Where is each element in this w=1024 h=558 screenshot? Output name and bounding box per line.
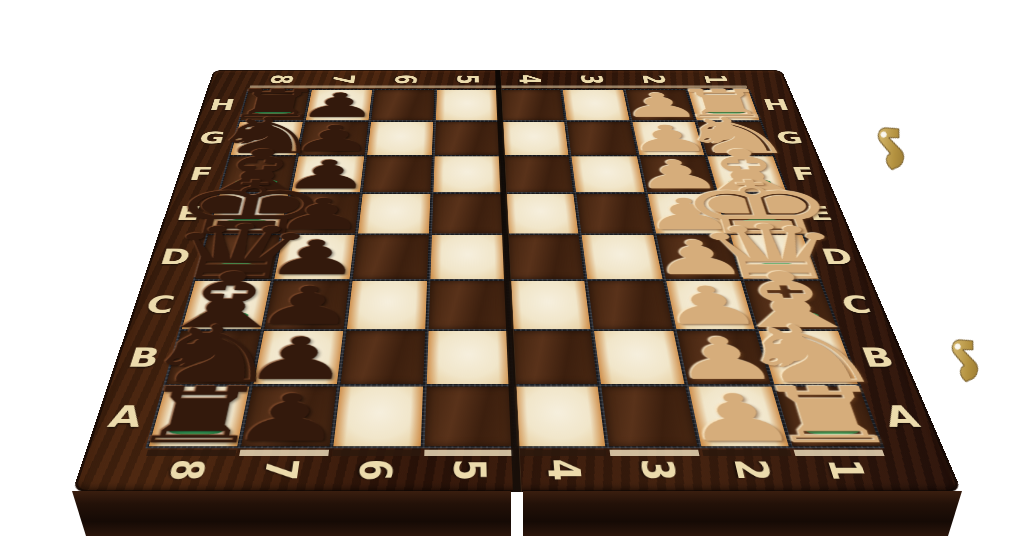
rank-label-bottom-6: 6	[349, 459, 401, 481]
rank-label-bottom-6: 6	[325, 448, 423, 492]
rank-label-top-6: 6	[388, 75, 422, 85]
rank-label-top-3: 3	[574, 75, 609, 85]
rank-label-top-6: 6	[373, 70, 437, 89]
rank-label-bottom-5: 5	[444, 459, 495, 481]
rank-label-bottom-3: 3	[607, 448, 709, 492]
box-front-right-half	[523, 491, 962, 536]
square-g5[interactable]	[435, 122, 500, 155]
box-front-left-half	[72, 491, 511, 536]
square-f5[interactable]	[434, 156, 502, 192]
square-d5[interactable]	[431, 235, 506, 278]
rank-label-bottom-1: 1	[792, 448, 901, 492]
square-e5[interactable]	[432, 194, 503, 234]
rank-label-top-7: 7	[326, 75, 360, 85]
rank-label-bottom-4: 4	[515, 448, 613, 492]
square-c5[interactable]	[429, 281, 508, 329]
rank-label-top-5: 5	[451, 75, 484, 85]
square-h5[interactable]	[436, 90, 499, 120]
rank-label-top-5: 5	[436, 70, 499, 89]
rank-label-top-2: 2	[636, 75, 671, 85]
box-front-face	[72, 491, 962, 536]
rank-label-bottom-7: 7	[229, 448, 330, 492]
square-h4[interactable]	[500, 90, 564, 120]
rank-label-bottom-2: 2	[700, 448, 805, 492]
rank-label-bottom-8: 8	[133, 448, 238, 492]
square-b5[interactable]	[427, 331, 510, 384]
square-c4[interactable]	[509, 281, 590, 329]
rank-label-bottom-3: 3	[631, 459, 685, 481]
rank-label-bottom-1: 1	[817, 459, 874, 481]
square-a5[interactable]	[425, 387, 513, 447]
brass-clasp-icon	[865, 117, 918, 175]
pawn-glyph: ♟	[225, 386, 349, 451]
rank-label-bottom-2: 2	[724, 459, 780, 481]
rank-label-top-4: 4	[498, 70, 562, 89]
rank-label-bottom-8: 8	[158, 459, 213, 481]
photo-scene: HHGGFFEEDDCCBBAA8877665544332211 ♜♞♝♛♚♝♞…	[0, 0, 1024, 558]
rank-label-bottom-7: 7	[254, 459, 308, 481]
square-d4[interactable]	[507, 235, 584, 278]
rank-label-bottom-5: 5	[421, 448, 517, 492]
square-a4[interactable]	[514, 387, 605, 447]
square-e4[interactable]	[505, 194, 578, 234]
chess-board: HHGGFFEEDDCCBBAA8877665544332211 ♜♞♝♛♚♝♞…	[72, 70, 962, 492]
rank-label-top-4: 4	[512, 75, 546, 85]
rank-label-bottom-4: 4	[537, 459, 589, 481]
square-f4[interactable]	[503, 156, 573, 192]
rank-label-top-3: 3	[559, 70, 624, 89]
square-b4[interactable]	[511, 331, 597, 384]
brass-clasp-icon	[939, 329, 992, 387]
square-g4[interactable]	[501, 122, 568, 155]
